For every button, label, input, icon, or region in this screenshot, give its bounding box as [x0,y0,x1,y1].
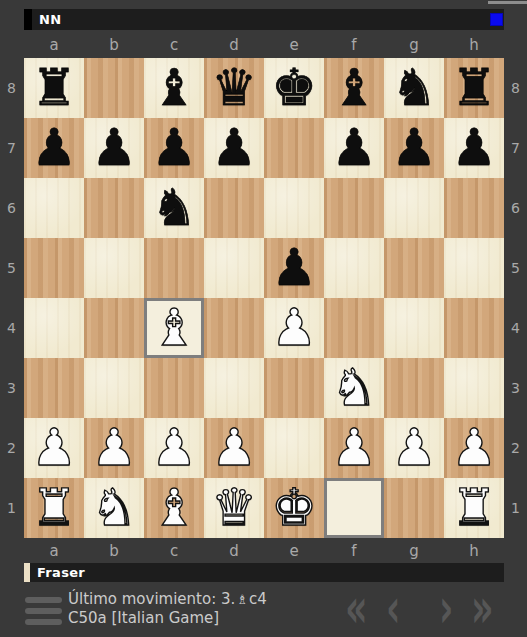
square-f7[interactable]: ♟ [324,118,384,178]
square-h4[interactable] [444,298,504,358]
square-a6[interactable] [24,178,84,238]
square-g2[interactable]: ♟ [384,418,444,478]
square-b6[interactable] [84,178,144,238]
square-a7[interactable]: ♟ [24,118,84,178]
top-edge-line [488,1,527,4]
square-g7[interactable]: ♟ [384,118,444,178]
piece-black-rook: ♜ [451,58,497,118]
square-h3[interactable] [444,358,504,418]
square-a2[interactable]: ♟ [24,418,84,478]
square-e7[interactable] [264,118,324,178]
square-h8[interactable]: ♜ [444,58,504,118]
square-g3[interactable] [384,358,444,418]
rank-label-2: 2 [504,418,527,478]
piece-white-pawn: ♟ [211,418,257,478]
engine-status-icon [490,13,503,26]
white-side-color-indicator [24,563,30,582]
rank-label-5: 5 [504,238,527,298]
piece-white-king: ♚ [271,478,317,538]
square-g6[interactable] [384,178,444,238]
file-label-f: f [324,538,384,563]
piece-black-pawn: ♟ [331,118,377,178]
file-label-f: f [324,31,384,58]
square-e2[interactable] [264,418,324,478]
rank-label-7: 7 [504,118,527,178]
square-h2[interactable]: ♟ [444,418,504,478]
file-label-c: c [144,538,204,563]
file-label-h: h [444,31,504,58]
square-f2[interactable]: ♟ [324,418,384,478]
piece-white-pawn: ♟ [31,418,77,478]
square-f3[interactable]: ♞ [324,358,384,418]
square-f6[interactable] [324,178,384,238]
file-label-b: b [84,31,144,58]
rank-labels-right: 87654321 [504,58,527,538]
square-h5[interactable] [444,238,504,298]
rank-label-4: 4 [0,298,23,358]
file-label-b: b [84,538,144,563]
piece-white-bishop: ♝ [151,478,197,538]
square-a5[interactable] [24,238,84,298]
menu-icon[interactable] [25,597,62,625]
square-d5[interactable] [204,238,264,298]
square-d6[interactable] [204,178,264,238]
piece-black-pawn: ♟ [451,118,497,178]
file-label-e: e [264,31,324,58]
rank-label-6: 6 [504,178,527,238]
piece-white-rook: ♜ [31,478,77,538]
piece-white-rook: ♜ [451,478,497,538]
previous-move-button[interactable]: ‹ [386,576,400,637]
square-c7[interactable]: ♟ [144,118,204,178]
menu-icon-bar [25,608,62,614]
square-h7[interactable]: ♟ [444,118,504,178]
rank-label-1: 1 [0,478,23,538]
file-labels-bottom: abcdefgh [24,538,504,563]
piece-white-pawn: ♟ [151,418,197,478]
piece-black-pawn: ♟ [91,118,137,178]
next-move-button[interactable]: › [439,576,453,637]
piece-black-queen: ♛ [211,58,257,118]
piece-white-pawn: ♟ [271,298,317,358]
square-e4[interactable]: ♟ [264,298,324,358]
rank-label-8: 8 [0,58,23,118]
file-label-h: h [444,538,504,563]
square-c2[interactable]: ♟ [144,418,204,478]
square-e1[interactable]: ♚ [264,478,324,538]
rank-label-3: 3 [0,358,23,418]
rank-label-5: 5 [0,238,23,298]
piece-white-knight: ♞ [331,358,377,418]
square-c1[interactable]: ♝ [144,478,204,538]
file-label-g: g [384,538,444,563]
square-b8[interactable] [84,58,144,118]
rank-label-3: 3 [504,358,527,418]
piece-black-pawn: ♟ [391,118,437,178]
square-e6[interactable] [264,178,324,238]
piece-black-pawn: ♟ [151,118,197,178]
square-d7[interactable]: ♟ [204,118,264,178]
file-label-e: e [264,538,324,563]
top-player-bar: NN [24,9,504,30]
go-to-start-button[interactable]: « [345,576,368,637]
piece-black-bishop: ♝ [331,58,377,118]
square-b3[interactable] [84,358,144,418]
square-d4[interactable] [204,298,264,358]
piece-white-bishop: ♝ [151,298,197,358]
square-f4[interactable] [324,298,384,358]
bottom-player-bar: Fraser [24,563,504,582]
rank-label-8: 8 [504,58,527,118]
square-g4[interactable] [384,298,444,358]
square-a8[interactable]: ♜ [24,58,84,118]
piece-white-knight: ♞ [91,478,137,538]
piece-black-pawn: ♟ [271,238,317,298]
board: ♜♝♛♚♝♞♜♟♟♟♟♟♟♟♞♟♝♟♞♟♟♟♟♟♟♟♜♞♝♛♚♜ [24,58,504,538]
rank-label-6: 6 [0,178,23,238]
file-label-c: c [144,31,204,58]
piece-black-knight: ♞ [391,58,437,118]
file-label-g: g [384,31,444,58]
square-g8[interactable]: ♞ [384,58,444,118]
top-player-name: NN [39,12,61,27]
square-f5[interactable] [324,238,384,298]
square-h6[interactable] [444,178,504,238]
square-f1[interactable] [324,478,384,538]
square-e5[interactable]: ♟ [264,238,324,298]
piece-white-queen: ♛ [211,478,257,538]
piece-black-knight: ♞ [151,178,197,238]
square-c5[interactable] [144,238,204,298]
rank-label-2: 2 [0,418,23,478]
last-move-label: Último movimiento: 3. [68,590,235,608]
file-label-a: a [24,31,84,58]
piece-black-king: ♚ [271,58,317,118]
square-h1[interactable]: ♜ [444,478,504,538]
square-b1[interactable]: ♞ [84,478,144,538]
eco-opening-line: C50a [Italian Game] [68,609,267,628]
rank-label-7: 7 [0,118,23,178]
black-side-color-indicator [24,9,32,30]
piece-black-bishop: ♝ [151,58,197,118]
status-block: Último movimiento: 3.♗c4 C50a [Italian G… [68,590,267,628]
square-d2[interactable]: ♟ [204,418,264,478]
menu-icon-bar [25,597,62,603]
last-move-line: Último movimiento: 3.♗c4 [68,590,267,609]
file-labels-top: abcdefgh [24,31,504,58]
square-b5[interactable] [84,238,144,298]
square-e3[interactable] [264,358,324,418]
bishop-icon: ♗ [235,592,249,607]
piece-white-pawn: ♟ [331,418,377,478]
square-c4[interactable]: ♝ [144,298,204,358]
square-b4[interactable] [84,298,144,358]
square-g1[interactable] [384,478,444,538]
square-a4[interactable] [24,298,84,358]
rank-labels-left: 87654321 [0,58,23,538]
square-f8[interactable]: ♝ [324,58,384,118]
file-label-d: d [204,31,264,58]
square-c6[interactable]: ♞ [144,178,204,238]
square-c8[interactable]: ♝ [144,58,204,118]
rank-label-1: 1 [504,478,527,538]
piece-white-pawn: ♟ [91,418,137,478]
file-label-a: a [24,538,84,563]
bottom-player-name: Fraser [37,565,85,580]
piece-black-pawn: ♟ [31,118,77,178]
square-a3[interactable] [24,358,84,418]
piece-white-pawn: ♟ [451,418,497,478]
file-label-d: d [204,538,264,563]
square-b2[interactable]: ♟ [84,418,144,478]
square-c3[interactable] [144,358,204,418]
square-a1[interactable]: ♜ [24,478,84,538]
piece-black-rook: ♜ [31,58,77,118]
piece-white-pawn: ♟ [391,418,437,478]
go-to-end-button[interactable]: » [471,576,494,637]
square-b7[interactable]: ♟ [84,118,144,178]
menu-icon-bar [25,619,62,625]
square-g5[interactable] [384,238,444,298]
last-move-target: c4 [249,590,267,608]
square-e8[interactable]: ♚ [264,58,324,118]
square-d3[interactable] [204,358,264,418]
piece-black-pawn: ♟ [211,118,257,178]
square-d1[interactable]: ♛ [204,478,264,538]
rank-label-4: 4 [504,298,527,358]
square-d8[interactable]: ♛ [204,58,264,118]
